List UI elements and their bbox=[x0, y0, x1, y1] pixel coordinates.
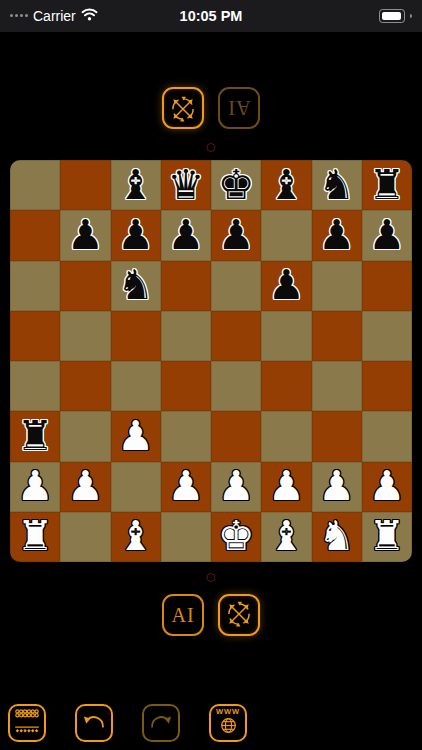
piece-white-king[interactable]: ♚ bbox=[218, 516, 255, 557]
square-e5[interactable] bbox=[211, 311, 261, 361]
square-g3[interactable] bbox=[312, 411, 362, 461]
square-d6[interactable] bbox=[161, 261, 211, 311]
square-c4[interactable] bbox=[111, 361, 161, 411]
piece-black-pawn[interactable]: ♟ bbox=[218, 215, 255, 256]
crossed-arrows-icon bbox=[224, 599, 254, 632]
square-g2[interactable]: ♟ bbox=[312, 462, 362, 512]
square-a2[interactable]: ♟ bbox=[10, 462, 60, 512]
piece-white-rook[interactable]: ♜ bbox=[17, 516, 54, 557]
square-f5[interactable] bbox=[261, 311, 311, 361]
square-d7[interactable]: ♟ bbox=[161, 210, 211, 260]
square-a8[interactable] bbox=[10, 160, 60, 210]
piece-white-pawn[interactable]: ♟ bbox=[218, 466, 255, 507]
square-f3[interactable] bbox=[261, 411, 311, 461]
square-b8[interactable] bbox=[60, 160, 110, 210]
square-h3[interactable] bbox=[362, 411, 412, 461]
square-a7[interactable] bbox=[10, 210, 60, 260]
www-label: WWW bbox=[216, 708, 240, 716]
square-c5[interactable] bbox=[111, 311, 161, 361]
square-g6[interactable] bbox=[312, 261, 362, 311]
redo-arrow-icon bbox=[148, 708, 174, 737]
square-f2[interactable]: ♟ bbox=[261, 462, 311, 512]
square-e3[interactable] bbox=[211, 411, 261, 461]
battery-tip bbox=[410, 14, 412, 19]
piece-white-knight[interactable]: ♞ bbox=[318, 516, 355, 557]
piece-white-rook[interactable]: ♜ bbox=[368, 516, 405, 557]
undo-button[interactable] bbox=[75, 704, 113, 742]
undo-arrow-icon bbox=[81, 708, 107, 737]
piece-black-pawn[interactable]: ♟ bbox=[67, 215, 104, 256]
square-e6[interactable] bbox=[211, 261, 261, 311]
square-a1[interactable]: ♜ bbox=[10, 512, 60, 562]
piece-white-pawn[interactable]: ♟ bbox=[67, 466, 104, 507]
cell-signal-icon bbox=[10, 14, 28, 19]
piece-white-pawn[interactable]: ♟ bbox=[268, 466, 305, 507]
square-d1[interactable] bbox=[161, 512, 211, 562]
piece-white-pawn[interactable]: ♟ bbox=[318, 466, 355, 507]
square-e4[interactable] bbox=[211, 361, 261, 411]
square-c3[interactable]: ♟ bbox=[111, 411, 161, 461]
square-f7[interactable] bbox=[261, 210, 311, 260]
square-b7[interactable]: ♟ bbox=[60, 210, 110, 260]
piece-black-knight[interactable]: ♞ bbox=[318, 165, 355, 206]
square-b4[interactable] bbox=[60, 361, 110, 411]
piece-black-pawn[interactable]: ♟ bbox=[318, 215, 355, 256]
battery-icon bbox=[379, 9, 405, 23]
piece-black-rook[interactable]: ♜ bbox=[368, 165, 405, 206]
square-a6[interactable] bbox=[10, 261, 60, 311]
redo-button[interactable] bbox=[142, 704, 180, 742]
ai-label: AI bbox=[227, 97, 250, 120]
piece-black-pawn[interactable]: ♟ bbox=[268, 265, 305, 306]
black-ai-button[interactable]: AI bbox=[218, 87, 260, 129]
square-h8[interactable]: ♜ bbox=[362, 160, 412, 210]
square-h7[interactable]: ♟ bbox=[362, 210, 412, 260]
clock-time: 10:05 PM bbox=[180, 8, 243, 24]
square-d3[interactable] bbox=[161, 411, 211, 461]
wifi-icon bbox=[81, 7, 98, 25]
board-pieces-icon bbox=[13, 707, 41, 738]
square-h2[interactable]: ♟ bbox=[362, 462, 412, 512]
square-e1[interactable]: ♚ bbox=[211, 512, 261, 562]
piece-white-bishop[interactable]: ♝ bbox=[117, 516, 154, 557]
square-d8[interactable]: ♛ bbox=[161, 160, 211, 210]
square-b3[interactable] bbox=[60, 411, 110, 461]
white-turn-indicator bbox=[207, 573, 216, 582]
square-e8[interactable]: ♚ bbox=[211, 160, 261, 210]
square-a5[interactable] bbox=[10, 311, 60, 361]
square-f6[interactable]: ♟ bbox=[261, 261, 311, 311]
piece-black-queen[interactable]: ♛ bbox=[167, 165, 204, 206]
ai-label: AI bbox=[171, 604, 194, 627]
piece-black-king[interactable]: ♚ bbox=[218, 165, 255, 206]
piece-white-pawn[interactable]: ♟ bbox=[17, 466, 54, 507]
square-b2[interactable]: ♟ bbox=[60, 462, 110, 512]
square-f8[interactable]: ♝ bbox=[261, 160, 311, 210]
square-b1[interactable] bbox=[60, 512, 110, 562]
new-game-setup-button[interactable] bbox=[8, 704, 46, 742]
square-b6[interactable] bbox=[60, 261, 110, 311]
piece-black-knight[interactable]: ♞ bbox=[117, 265, 154, 306]
online-play-button[interactable]: WWW bbox=[209, 704, 247, 742]
square-a3[interactable]: ♜ bbox=[10, 411, 60, 461]
square-g1[interactable]: ♞ bbox=[312, 512, 362, 562]
square-a4[interactable] bbox=[10, 361, 60, 411]
square-c1[interactable]: ♝ bbox=[111, 512, 161, 562]
white-ai-button[interactable]: AI bbox=[162, 594, 204, 636]
piece-black-pawn[interactable]: ♟ bbox=[167, 215, 204, 256]
square-e2[interactable]: ♟ bbox=[211, 462, 261, 512]
square-b5[interactable] bbox=[60, 311, 110, 361]
square-d2[interactable]: ♟ bbox=[161, 462, 211, 512]
piece-white-pawn[interactable]: ♟ bbox=[368, 466, 405, 507]
square-c2[interactable] bbox=[111, 462, 161, 512]
black-turn-indicator bbox=[207, 143, 216, 152]
square-g5[interactable] bbox=[312, 311, 362, 361]
square-c8[interactable]: ♝ bbox=[111, 160, 161, 210]
piece-white-pawn[interactable]: ♟ bbox=[117, 416, 154, 457]
square-f1[interactable]: ♝ bbox=[261, 512, 311, 562]
white-controls: AI bbox=[0, 594, 422, 636]
carrier-label: Carrier bbox=[33, 8, 76, 24]
piece-white-pawn[interactable]: ♟ bbox=[167, 466, 204, 507]
square-f4[interactable] bbox=[261, 361, 311, 411]
square-h5[interactable] bbox=[362, 311, 412, 361]
app-screen: Carrier 10:05 PM AI bbox=[0, 0, 422, 750]
piece-black-bishop[interactable]: ♝ bbox=[117, 165, 154, 206]
square-d5[interactable] bbox=[161, 311, 211, 361]
black-controls: AI bbox=[0, 87, 422, 129]
square-h4[interactable] bbox=[362, 361, 412, 411]
bottom-toolbar: WWW bbox=[0, 699, 422, 746]
chess-board: ♝♛♚♝♞♜♟♟♟♟♟♟♞♟♜♟♟♟♟♟♟♟♟♜♝♚♝♞♜ bbox=[10, 160, 412, 562]
square-g7[interactable]: ♟ bbox=[312, 210, 362, 260]
square-e7[interactable]: ♟ bbox=[211, 210, 261, 260]
status-bar: Carrier 10:05 PM bbox=[0, 0, 422, 32]
black-random-move-button[interactable] bbox=[162, 87, 204, 129]
square-c7[interactable]: ♟ bbox=[111, 210, 161, 260]
white-random-move-button[interactable] bbox=[218, 594, 260, 636]
piece-black-rook[interactable]: ♜ bbox=[17, 416, 54, 457]
square-h6[interactable] bbox=[362, 261, 412, 311]
piece-black-pawn[interactable]: ♟ bbox=[117, 215, 154, 256]
square-h1[interactable]: ♜ bbox=[362, 512, 412, 562]
crossed-arrows-icon bbox=[168, 92, 198, 125]
square-g4[interactable] bbox=[312, 361, 362, 411]
globe-icon bbox=[220, 717, 237, 737]
piece-black-pawn[interactable]: ♟ bbox=[368, 215, 405, 256]
piece-white-bishop[interactable]: ♝ bbox=[268, 516, 305, 557]
square-d4[interactable] bbox=[161, 361, 211, 411]
piece-black-bishop[interactable]: ♝ bbox=[268, 165, 305, 206]
square-g8[interactable]: ♞ bbox=[312, 160, 362, 210]
square-c6[interactable]: ♞ bbox=[111, 261, 161, 311]
